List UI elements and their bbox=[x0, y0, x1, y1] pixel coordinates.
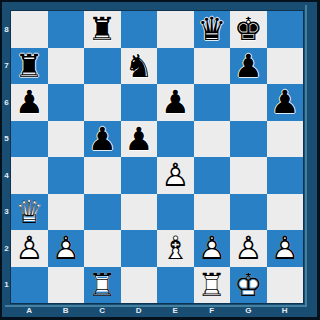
piece-fill-glyph: ♟ bbox=[88, 123, 117, 155]
piece-fill-glyph: ♜ bbox=[88, 13, 117, 45]
piece-outline-glyph: ♙ bbox=[51, 232, 80, 264]
square-c6 bbox=[84, 84, 121, 121]
piece-outline-glyph: ♖ bbox=[197, 269, 226, 301]
square-f6 bbox=[194, 84, 231, 121]
piece-fill-glyph: ♟ bbox=[234, 50, 263, 82]
rank-label-8: 8 bbox=[2, 11, 11, 48]
square-c1: ♜♖ bbox=[84, 267, 121, 304]
square-c8: ♜ bbox=[84, 11, 121, 48]
square-b1 bbox=[48, 267, 85, 304]
square-g8: ♚ bbox=[230, 11, 267, 48]
piece-outline-glyph: ♗ bbox=[161, 232, 190, 264]
square-a7: ♜ bbox=[11, 48, 48, 85]
piece-outline-glyph: ♕ bbox=[15, 196, 44, 228]
piece-fill-glyph: ♟ bbox=[15, 86, 44, 118]
piece-outline-glyph: ♔ bbox=[234, 269, 263, 301]
square-d6 bbox=[121, 84, 158, 121]
piece-fill-glyph: ♟ bbox=[124, 123, 153, 155]
square-e5 bbox=[157, 121, 194, 158]
square-d4 bbox=[121, 157, 158, 194]
square-f1: ♜♖ bbox=[194, 267, 231, 304]
white-pawn-e4: ♟♙ bbox=[157, 157, 194, 194]
square-h6: ♟ bbox=[267, 84, 304, 121]
piece-outline-glyph: ♙ bbox=[161, 159, 190, 191]
white-rook-f1: ♜♖ bbox=[194, 267, 231, 304]
square-d5: ♟ bbox=[121, 121, 158, 158]
piece-outline-glyph: ♙ bbox=[234, 232, 263, 264]
rank-label-7: 7 bbox=[2, 48, 11, 85]
square-d7: ♞ bbox=[121, 48, 158, 85]
square-a4 bbox=[11, 157, 48, 194]
square-f4 bbox=[194, 157, 231, 194]
black-pawn-d5: ♟ bbox=[121, 121, 158, 158]
square-f8: ♛ bbox=[194, 11, 231, 48]
white-pawn-g2: ♟♙ bbox=[230, 230, 267, 267]
file-label-b: B bbox=[48, 304, 85, 317]
square-d2 bbox=[121, 230, 158, 267]
chess-board: ♜♛♚♜♞♟♟♟♟♟♟♟♙♛♕♟♙♟♙♝♗♟♙♟♙♟♙♜♖♜♖♚♔ bbox=[11, 11, 303, 303]
square-f3 bbox=[194, 194, 231, 231]
piece-fill-glyph: ♞ bbox=[124, 50, 153, 82]
square-g3 bbox=[230, 194, 267, 231]
file-label-g: G bbox=[230, 304, 267, 317]
white-pawn-h2: ♟♙ bbox=[267, 230, 304, 267]
piece-outline-glyph: ♙ bbox=[15, 232, 44, 264]
square-e6: ♟ bbox=[157, 84, 194, 121]
square-h7 bbox=[267, 48, 304, 85]
square-a3: ♛♕ bbox=[11, 194, 48, 231]
square-e8 bbox=[157, 11, 194, 48]
file-label-a: A bbox=[11, 304, 48, 317]
black-king-g8: ♚ bbox=[230, 11, 267, 48]
file-label-e: E bbox=[157, 304, 194, 317]
square-b4 bbox=[48, 157, 85, 194]
square-f7 bbox=[194, 48, 231, 85]
square-c2 bbox=[84, 230, 121, 267]
square-e4: ♟♙ bbox=[157, 157, 194, 194]
square-h1 bbox=[267, 267, 304, 304]
black-pawn-h6: ♟ bbox=[267, 84, 304, 121]
square-c7 bbox=[84, 48, 121, 85]
square-e1 bbox=[157, 267, 194, 304]
white-king-g1: ♚♔ bbox=[230, 267, 267, 304]
black-pawn-a6: ♟ bbox=[11, 84, 48, 121]
square-a5 bbox=[11, 121, 48, 158]
black-pawn-e6: ♟ bbox=[157, 84, 194, 121]
square-h3 bbox=[267, 194, 304, 231]
square-a8 bbox=[11, 11, 48, 48]
square-g6 bbox=[230, 84, 267, 121]
file-labels: ABCDEFGH bbox=[11, 304, 303, 317]
square-a1 bbox=[11, 267, 48, 304]
file-label-d: D bbox=[121, 304, 158, 317]
black-rook-c8: ♜ bbox=[84, 11, 121, 48]
square-g4 bbox=[230, 157, 267, 194]
square-f5 bbox=[194, 121, 231, 158]
square-b8 bbox=[48, 11, 85, 48]
black-pawn-c5: ♟ bbox=[84, 121, 121, 158]
square-b3 bbox=[48, 194, 85, 231]
square-e7 bbox=[157, 48, 194, 85]
square-b2: ♟♙ bbox=[48, 230, 85, 267]
chess-diagram: 87654321 ABCDEFGH ♜♛♚♜♞♟♟♟♟♟♟♟♙♛♕♟♙♟♙♝♗♟… bbox=[0, 0, 320, 320]
rank-label-5: 5 bbox=[2, 121, 11, 158]
square-h4 bbox=[267, 157, 304, 194]
rank-label-3: 3 bbox=[2, 194, 11, 231]
square-a2: ♟♙ bbox=[11, 230, 48, 267]
piece-outline-glyph: ♖ bbox=[88, 269, 117, 301]
square-c3 bbox=[84, 194, 121, 231]
square-d3 bbox=[121, 194, 158, 231]
square-b5 bbox=[48, 121, 85, 158]
square-a6: ♟ bbox=[11, 84, 48, 121]
white-rook-c1: ♜♖ bbox=[84, 267, 121, 304]
white-pawn-b2: ♟♙ bbox=[48, 230, 85, 267]
square-e2: ♝♗ bbox=[157, 230, 194, 267]
rank-label-1: 1 bbox=[2, 267, 11, 304]
square-d1 bbox=[121, 267, 158, 304]
square-c5: ♟ bbox=[84, 121, 121, 158]
piece-fill-glyph: ♚ bbox=[234, 13, 263, 45]
square-b6 bbox=[48, 84, 85, 121]
square-c4 bbox=[84, 157, 121, 194]
black-pawn-g7: ♟ bbox=[230, 48, 267, 85]
black-rook-a7: ♜ bbox=[11, 48, 48, 85]
piece-outline-glyph: ♙ bbox=[270, 232, 299, 264]
file-label-h: H bbox=[267, 304, 304, 317]
rank-label-2: 2 bbox=[2, 230, 11, 267]
black-knight-d7: ♞ bbox=[121, 48, 158, 85]
square-h5 bbox=[267, 121, 304, 158]
square-e3 bbox=[157, 194, 194, 231]
square-d8 bbox=[121, 11, 158, 48]
square-h2: ♟♙ bbox=[267, 230, 304, 267]
file-label-c: C bbox=[84, 304, 121, 317]
white-pawn-f2: ♟♙ bbox=[194, 230, 231, 267]
square-b7 bbox=[48, 48, 85, 85]
piece-fill-glyph: ♟ bbox=[161, 86, 190, 118]
piece-fill-glyph: ♟ bbox=[270, 86, 299, 118]
rank-labels: 87654321 bbox=[2, 11, 11, 303]
square-g7: ♟ bbox=[230, 48, 267, 85]
rank-label-6: 6 bbox=[2, 84, 11, 121]
rank-label-4: 4 bbox=[2, 157, 11, 194]
white-bishop-e2: ♝♗ bbox=[157, 230, 194, 267]
piece-outline-glyph: ♙ bbox=[197, 232, 226, 264]
piece-fill-glyph: ♜ bbox=[15, 50, 44, 82]
square-h8 bbox=[267, 11, 304, 48]
white-pawn-a2: ♟♙ bbox=[11, 230, 48, 267]
black-queen-f8: ♛ bbox=[194, 11, 231, 48]
square-g1: ♚♔ bbox=[230, 267, 267, 304]
square-f2: ♟♙ bbox=[194, 230, 231, 267]
file-label-f: F bbox=[194, 304, 231, 317]
piece-fill-glyph: ♛ bbox=[197, 13, 226, 45]
white-queen-a3: ♛♕ bbox=[11, 194, 48, 231]
square-g2: ♟♙ bbox=[230, 230, 267, 267]
square-g5 bbox=[230, 121, 267, 158]
